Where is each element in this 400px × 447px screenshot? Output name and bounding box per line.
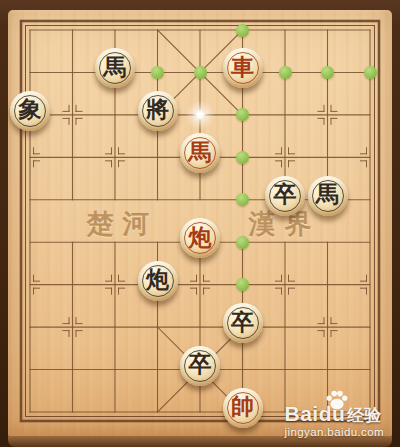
board-intersections[interactable]: 馬車象將馬卒馬炮炮卒卒帥 bbox=[9, 9, 392, 433]
watermark-bai-text: Bai bbox=[285, 403, 319, 424]
watermark-jingyan-text: 经验 bbox=[347, 407, 381, 424]
move-hint-dot[interactable] bbox=[236, 278, 249, 291]
piece-black-horse[interactable]: 馬 bbox=[95, 48, 135, 88]
piece-glyph: 將 bbox=[146, 98, 169, 121]
piece-glyph: 帥 bbox=[231, 395, 254, 418]
move-hint-dot[interactable] bbox=[236, 236, 249, 249]
sparkle-effect bbox=[184, 99, 216, 131]
move-hint-dot[interactable] bbox=[151, 66, 164, 79]
piece-red-general[interactable]: 帥 bbox=[223, 388, 263, 428]
piece-glyph: 馬 bbox=[189, 141, 212, 164]
piece-black-horse[interactable]: 馬 bbox=[308, 176, 348, 216]
watermark-url: jingyan.baidu.com bbox=[285, 426, 385, 438]
piece-black-cannon[interactable]: 炮 bbox=[138, 261, 178, 301]
move-hint-dot[interactable] bbox=[236, 108, 249, 121]
piece-glyph: 象 bbox=[19, 98, 42, 121]
piece-black-elephant[interactable]: 象 bbox=[10, 91, 50, 131]
piece-black-soldier[interactable]: 卒 bbox=[223, 303, 263, 343]
piece-glyph: 馬 bbox=[104, 56, 127, 79]
move-hint-dot[interactable] bbox=[364, 66, 377, 79]
xiangqi-game-screen: 楚河 漢界 馬車象將馬卒馬炮炮卒卒帥 Bai du 经验 jingyan.bai bbox=[0, 0, 400, 447]
baidu-paw-icon bbox=[325, 390, 349, 413]
piece-black-soldier[interactable]: 卒 bbox=[265, 176, 305, 216]
move-hint-dot[interactable] bbox=[236, 151, 249, 164]
piece-glyph: 馬 bbox=[316, 183, 339, 206]
piece-red-chariot[interactable]: 車 bbox=[223, 48, 263, 88]
move-hint-dot[interactable] bbox=[279, 66, 292, 79]
move-hint-dot[interactable] bbox=[194, 66, 207, 79]
move-hint-dot[interactable] bbox=[321, 66, 334, 79]
piece-glyph: 炮 bbox=[189, 226, 212, 249]
watermark: Bai du 经验 jingyan.baidu.com bbox=[285, 403, 385, 438]
piece-red-horse[interactable]: 馬 bbox=[180, 133, 220, 173]
piece-glyph: 卒 bbox=[189, 353, 212, 376]
piece-glyph: 車 bbox=[231, 56, 254, 79]
piece-black-soldier[interactable]: 卒 bbox=[180, 346, 220, 386]
move-hint-dot[interactable] bbox=[236, 193, 249, 206]
move-hint-dot[interactable] bbox=[236, 24, 249, 37]
piece-glyph: 卒 bbox=[231, 311, 254, 334]
piece-glyph: 卒 bbox=[274, 183, 297, 206]
piece-glyph: 炮 bbox=[146, 268, 169, 291]
piece-red-cannon[interactable]: 炮 bbox=[180, 218, 220, 258]
piece-black-general[interactable]: 將 bbox=[138, 91, 178, 131]
